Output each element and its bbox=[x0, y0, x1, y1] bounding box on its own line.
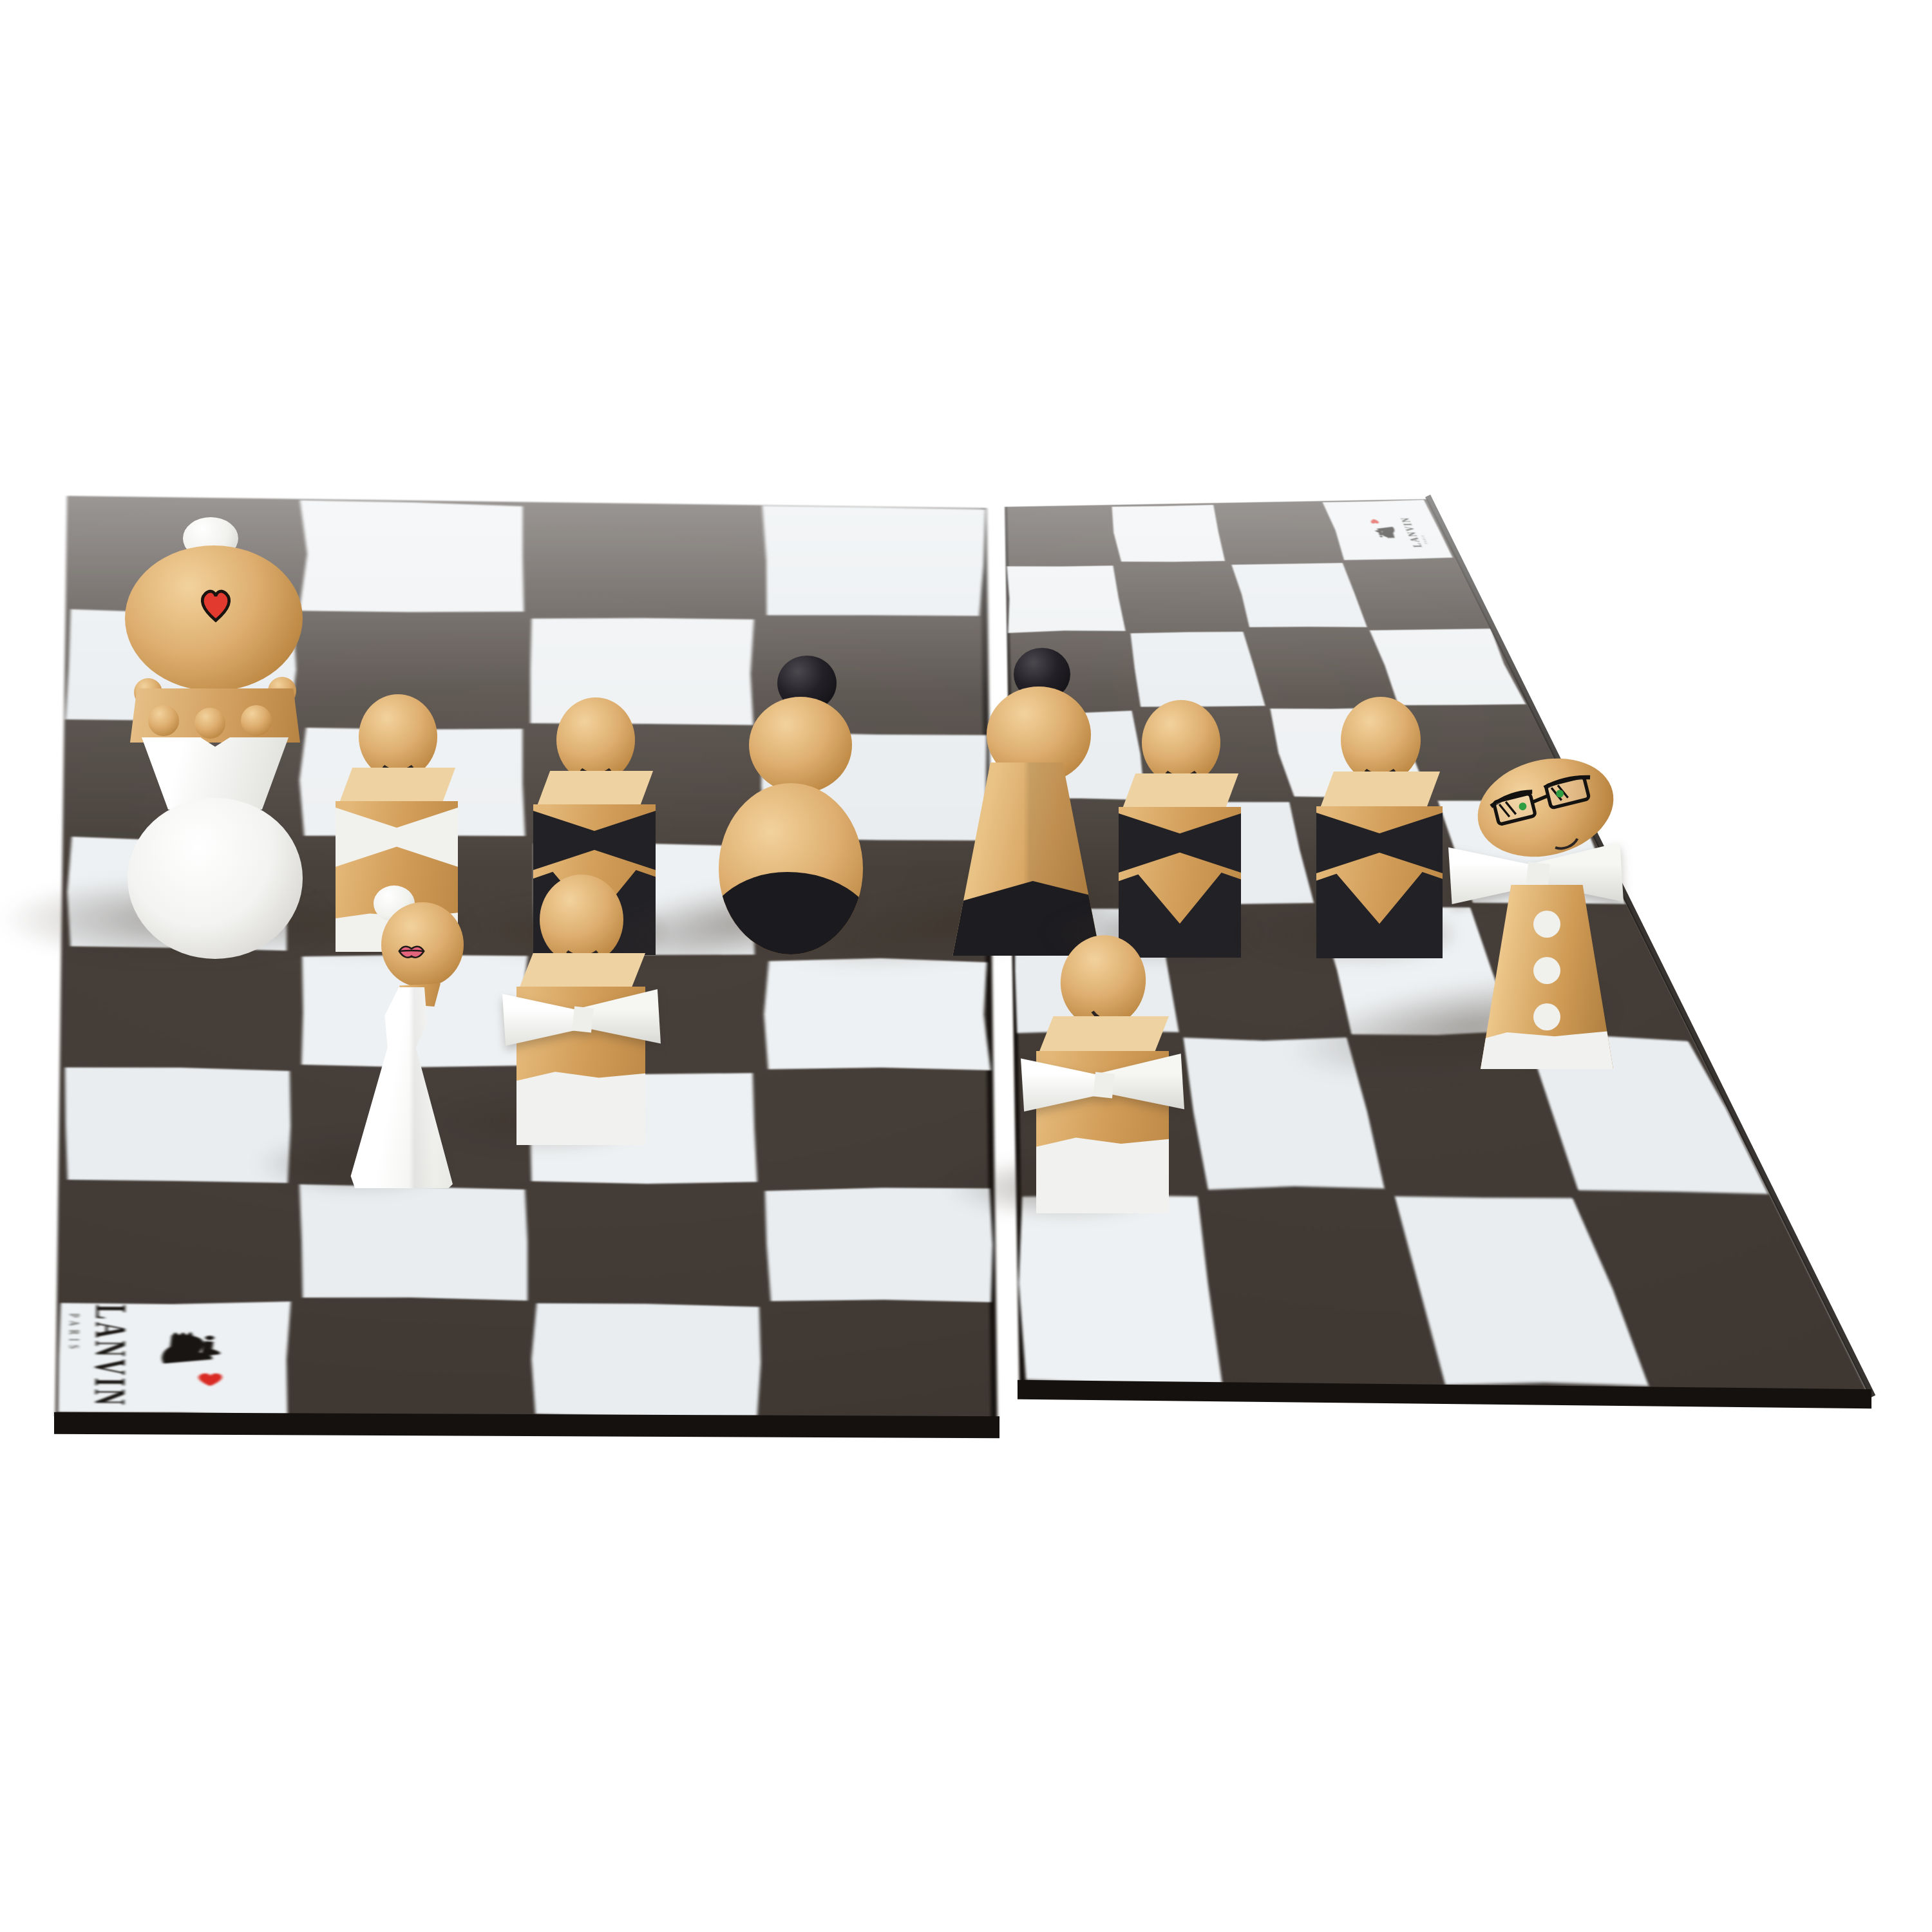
queen-egg-body bbox=[128, 798, 303, 959]
queen-sphere-body bbox=[719, 783, 863, 954]
smile-icon bbox=[377, 738, 419, 773]
square-b2[interactable] bbox=[294, 1184, 529, 1302]
pawn-head bbox=[540, 875, 623, 965]
piece-black-pawn-g4[interactable] bbox=[1314, 697, 1446, 958]
bow-tie-icon bbox=[1119, 813, 1180, 873]
logo-brand-text: LANVIN bbox=[84, 1304, 136, 1412]
pawn-block-top bbox=[337, 768, 457, 806]
tray-bead-icon bbox=[194, 708, 225, 739]
lips-icon bbox=[397, 941, 426, 961]
glasses-icon bbox=[1484, 767, 1603, 838]
square-b8[interactable] bbox=[298, 499, 529, 614]
bow-left bbox=[1021, 1056, 1104, 1112]
square-g7[interactable] bbox=[1229, 560, 1368, 630]
board-edge bbox=[54, 1412, 999, 1438]
lanvin-emblem-icon bbox=[1370, 524, 1405, 540]
bow-left bbox=[502, 992, 583, 1046]
piece-white-queen-a5[interactable] bbox=[106, 517, 325, 958]
dress-facet bbox=[346, 987, 488, 1188]
pawn-head bbox=[359, 694, 437, 779]
piece-white-pawn-e2[interactable] bbox=[1027, 935, 1179, 1213]
bow-tie-icon bbox=[1316, 813, 1379, 873]
logo-city-text: PARIS bbox=[66, 1304, 84, 1411]
square-a1[interactable]: PARIS LANVIN bbox=[55, 1299, 294, 1417]
bow-tie-icon bbox=[1180, 813, 1241, 873]
white-base-paint bbox=[1036, 1136, 1169, 1213]
pawn-head bbox=[1341, 697, 1421, 783]
white-base-paint bbox=[516, 1070, 645, 1145]
piece-white-king-h3[interactable] bbox=[1439, 760, 1652, 1069]
bow-tie-icon bbox=[1379, 813, 1443, 873]
pawn-block-top bbox=[1318, 772, 1441, 811]
pawn-head bbox=[556, 697, 635, 782]
king-column-body bbox=[1481, 885, 1613, 1069]
heart-icon bbox=[197, 588, 234, 623]
pawn-block-top bbox=[1037, 1016, 1169, 1056]
button-dot-icon bbox=[1533, 957, 1560, 984]
bow-tie-icon bbox=[594, 811, 656, 870]
button-dot-icon bbox=[1533, 911, 1560, 938]
square-d8[interactable] bbox=[759, 505, 988, 620]
bride-dress bbox=[346, 987, 488, 1188]
bow-tie-icon bbox=[397, 808, 458, 867]
product-photo-scene: PARIS LANVIN PARIS LANVIN bbox=[0, 0, 1932, 1932]
tray-bead-icon bbox=[241, 705, 272, 736]
piece-black-queen-d5[interactable] bbox=[717, 656, 865, 958]
smile-icon bbox=[1359, 742, 1401, 777]
button-dot-icon bbox=[1533, 1003, 1560, 1030]
bow-knot bbox=[572, 1007, 594, 1033]
smile-icon bbox=[1160, 744, 1202, 779]
queen-head bbox=[125, 545, 303, 691]
lanvin-emblem-icon bbox=[146, 1329, 227, 1370]
queen-head bbox=[749, 697, 852, 793]
bow-tie-3d bbox=[502, 988, 661, 1050]
pawn-block bbox=[1316, 806, 1443, 958]
white-base-paint bbox=[1481, 1029, 1613, 1069]
heart-icon bbox=[193, 1371, 227, 1387]
heart-icon bbox=[1368, 518, 1381, 524]
bow-tie-icon bbox=[336, 808, 397, 867]
lanvin-logo: PARIS LANVIN bbox=[66, 1304, 283, 1412]
piece-white-pawn-c3[interactable] bbox=[507, 875, 656, 1145]
pawn-head bbox=[1142, 700, 1220, 785]
pawn-block-top bbox=[518, 953, 645, 992]
square-e1[interactable] bbox=[1016, 1192, 1227, 1388]
square-h6[interactable] bbox=[1368, 627, 1529, 706]
tray-bead-icon bbox=[148, 705, 179, 736]
piece-black-pawn-f4[interactable] bbox=[1116, 700, 1245, 958]
smile-icon bbox=[560, 922, 604, 958]
pawn-block-top bbox=[1120, 773, 1240, 812]
square-f6[interactable] bbox=[1126, 630, 1267, 710]
bow-tie-icon bbox=[533, 811, 594, 870]
bride-head bbox=[381, 902, 464, 987]
bow-knot bbox=[1093, 1072, 1115, 1099]
pawn-block-top bbox=[535, 771, 654, 810]
square-d4[interactable] bbox=[761, 956, 994, 1073]
square-g1[interactable] bbox=[1389, 1193, 1653, 1392]
smile-icon bbox=[574, 741, 617, 776]
square-c1[interactable] bbox=[529, 1302, 764, 1419]
square-e7[interactable] bbox=[1006, 564, 1126, 634]
square-f8[interactable] bbox=[1110, 503, 1230, 564]
bow-tie-3d bbox=[1021, 1052, 1184, 1115]
lanvin-logo: PARIS LANVIN bbox=[1345, 510, 1430, 548]
piece-white-bishop-bride-b3[interactable] bbox=[340, 885, 495, 1188]
paint-band bbox=[1316, 872, 1443, 958]
